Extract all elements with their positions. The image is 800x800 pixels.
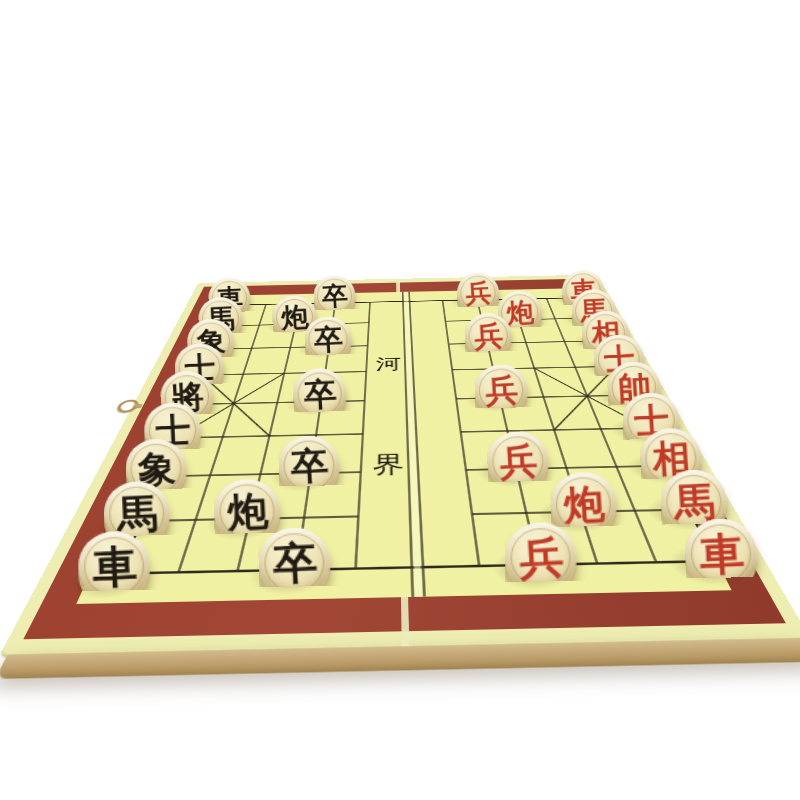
piece-glyph: 馬 (579, 297, 608, 325)
piece-glyph: 卒 (271, 540, 318, 586)
piece-red-soldier[interactable]: 兵 (457, 272, 500, 313)
piece-red-chariot[interactable]: 車 (562, 270, 605, 311)
pieces-grid: 車馬象士將士象馬車炮炮卒卒卒卒卒兵兵兵兵兵炮炮車馬相士帥士相馬車 (76, 288, 761, 604)
board-cell: 車 (76, 546, 159, 604)
piece-glyph: 車 (569, 277, 596, 304)
piece-black-chariot[interactable]: 車 (78, 531, 150, 603)
piece-glyph: 馬 (206, 305, 235, 333)
piece-red-elephant[interactable]: 相 (582, 310, 630, 356)
piece-glyph: 炮 (505, 298, 534, 326)
piece-black-soldier[interactable]: 卒 (313, 275, 355, 316)
board-cell: 兵 (504, 537, 576, 595)
board-cell: 卒 (296, 386, 344, 418)
piece-glyph: 馬 (115, 493, 158, 535)
piece-black-soldier[interactable]: 卒 (293, 368, 347, 421)
piece-red-soldier[interactable]: 兵 (464, 313, 512, 359)
board-cell: 象 (188, 337, 237, 362)
board-cell: 卒 (281, 453, 337, 495)
piece-glyph: 車 (91, 544, 137, 590)
board-tilt-wrapper: 河 界 車馬象士將士象馬車炮炮卒卒卒卒卒兵兵兵兵兵炮炮車馬相士帥士相馬車 (138, 154, 662, 647)
piece-glyph: 車 (216, 285, 243, 312)
piece-red-soldier[interactable]: 兵 (487, 431, 549, 492)
board-wood-edge (0, 638, 800, 679)
board-cell: 卒 (261, 542, 328, 600)
board-cell: 炮 (274, 313, 316, 336)
board-red-border: 河 界 車馬象士將士象馬車炮炮卒卒卒卒卒兵兵兵兵兵炮炮車馬相士帥士相馬車 (23, 279, 786, 640)
board-cell: 兵 (466, 331, 510, 356)
piece-glyph: 車 (697, 531, 744, 577)
piece-red-chariot[interactable]: 車 (684, 518, 758, 590)
board-cell: 車 (673, 534, 761, 591)
piece-black-elephant[interactable]: 象 (187, 319, 234, 365)
piece-glyph: 象 (195, 327, 225, 357)
piece-red-horse[interactable]: 馬 (571, 289, 616, 333)
board-cell: 車 (560, 288, 605, 308)
piece-glyph: 相 (590, 319, 621, 349)
piece-glyph: 炮 (280, 303, 309, 331)
piece-glyph: 炮 (562, 483, 605, 525)
piece-glyph: 卒 (321, 283, 348, 310)
xiangqi-board: 河 界 車馬象士將士象馬車炮炮卒卒卒卒卒兵兵兵兵兵炮炮車馬相士帥士相馬車 (0, 275, 800, 655)
piece-black-horse[interactable]: 馬 (198, 297, 243, 341)
board-cell: 卒 (307, 334, 349, 359)
piece-glyph: 卒 (289, 446, 329, 485)
board-field: 河 界 車馬象士將士象馬車炮炮卒卒卒卒卒兵兵兵兵兵炮炮車馬相士帥士相馬車 (76, 288, 731, 604)
piece-glyph: 兵 (484, 373, 519, 407)
piece-glyph: 兵 (517, 535, 564, 581)
piece-red-cannon[interactable]: 炮 (497, 291, 542, 335)
clasp-latch-icon (114, 399, 141, 412)
piece-glyph: 兵 (464, 280, 491, 307)
piece-red-soldier[interactable]: 兵 (474, 364, 528, 417)
piece-black-chariot[interactable]: 車 (208, 277, 250, 318)
piece-glyph: 炮 (226, 490, 269, 532)
board-cell: 兵 (475, 383, 526, 415)
piece-black-cannon[interactable]: 炮 (214, 478, 281, 544)
piece-black-soldier[interactable]: 卒 (304, 316, 351, 362)
piece-glyph: 兵 (498, 442, 538, 481)
board-cell: 炮 (497, 309, 541, 331)
board-cell: 卒 (316, 293, 354, 313)
board-cell: 兵 (458, 290, 497, 310)
piece-glyph: 馬 (672, 481, 715, 523)
board-cell: 馬 (199, 315, 245, 338)
piece-black-soldier[interactable]: 卒 (278, 435, 340, 496)
piece-black-soldier[interactable]: 卒 (258, 527, 331, 599)
board-cell: 車 (209, 295, 252, 315)
board-cell: 馬 (569, 307, 617, 329)
piece-glyph: 兵 (473, 321, 504, 351)
board-cell: 兵 (487, 449, 547, 491)
piece-glyph: 卒 (303, 377, 337, 411)
board-cell: 相 (578, 329, 629, 354)
river-label-upper: 河 (375, 355, 401, 374)
board-perspective: 河 界 車馬象士將士象馬車炮炮卒卒卒卒卒兵兵兵兵兵炮炮車馬相士帥士相馬車 (0, 275, 800, 655)
photo-backdrop: 河 界 車馬象士將士象馬車炮炮卒卒卒卒卒兵兵兵兵兵炮炮車馬相士帥士相馬車 (0, 0, 800, 800)
piece-red-soldier[interactable]: 兵 (504, 522, 577, 594)
piece-black-cannon[interactable]: 炮 (272, 295, 317, 339)
piece-glyph: 卒 (313, 324, 343, 354)
